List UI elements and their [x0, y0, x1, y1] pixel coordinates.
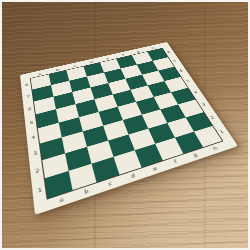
chess-board: abcdefgh abcdefgh 87654321 87654321: [20, 42, 238, 215]
product-photo: abcdefgh abcdefgh 87654321 87654321: [0, 0, 250, 250]
